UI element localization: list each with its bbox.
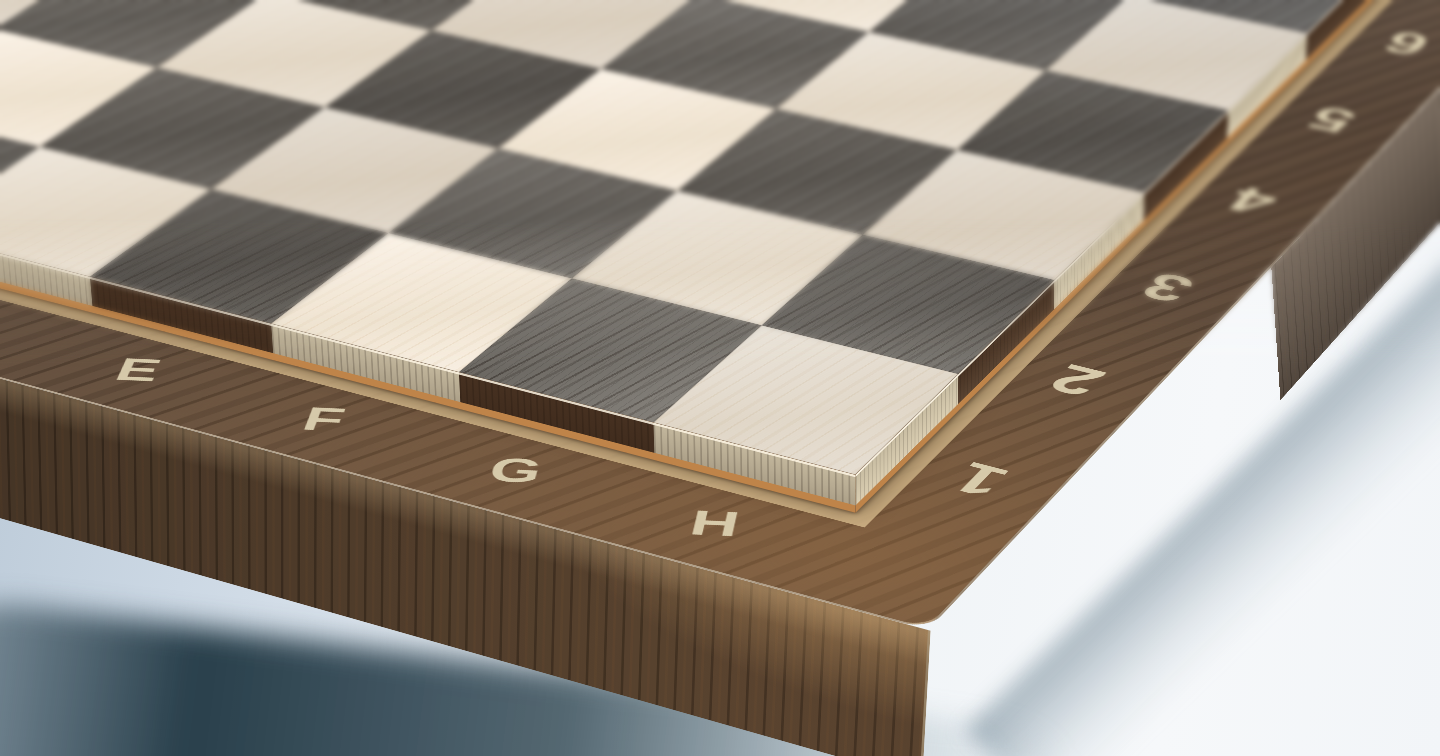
file-label-e: E	[55, 334, 220, 406]
file-label-g: G	[434, 432, 597, 510]
photo-scene: ABCDEFGH12345678	[0, 0, 1440, 756]
file-label-d: D	[0, 288, 42, 358]
file-label-h: H	[633, 484, 794, 565]
file-label-f: F	[241, 382, 405, 457]
rank-label-7: 7	[1400, 0, 1440, 5]
